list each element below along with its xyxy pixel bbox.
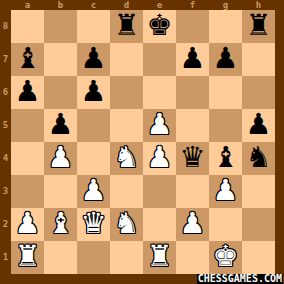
square-e4: ♟ — [143, 142, 176, 175]
square-d7 — [110, 43, 143, 76]
square-e5: ♟ — [143, 109, 176, 142]
black-queen-piece: ♛ — [180, 141, 206, 174]
black-pawn-piece: ♟ — [213, 42, 239, 75]
white-pawn-piece: ♟ — [15, 207, 41, 240]
square-h2 — [242, 208, 275, 241]
square-f3 — [176, 175, 209, 208]
rank-label-1: 1 — [0, 241, 11, 274]
square-b7 — [44, 43, 77, 76]
square-h3 — [242, 175, 275, 208]
square-g7: ♟ — [209, 43, 242, 76]
chess-diagram: abcdefgh 87654321 ♜♚♜♝♟♟♟♟♟♟♟♟♟♞♟♛♝♞♟♟♟♝… — [0, 0, 284, 284]
file-label-g: g — [209, 0, 242, 10]
square-a1: ♜ — [11, 241, 44, 274]
square-h1 — [242, 241, 275, 274]
square-c4 — [77, 142, 110, 175]
file-labels: abcdefgh — [11, 0, 275, 10]
square-e6 — [143, 76, 176, 109]
black-pawn-piece: ♟ — [81, 75, 107, 108]
square-e1: ♜ — [143, 241, 176, 274]
square-d3 — [110, 175, 143, 208]
square-d6 — [110, 76, 143, 109]
square-f8 — [176, 10, 209, 43]
black-pawn-piece: ♟ — [48, 108, 74, 141]
square-f4: ♛ — [176, 142, 209, 175]
white-king-piece: ♚ — [213, 240, 239, 273]
rank-label-3: 3 — [0, 175, 11, 208]
square-d8: ♜ — [110, 10, 143, 43]
square-a7: ♝ — [11, 43, 44, 76]
square-c6: ♟ — [77, 76, 110, 109]
square-d4: ♞ — [110, 142, 143, 175]
square-d2: ♞ — [110, 208, 143, 241]
white-pawn-piece: ♟ — [213, 174, 239, 207]
white-pawn-piece: ♟ — [180, 207, 206, 240]
square-b6 — [44, 76, 77, 109]
board: ♜♚♜♝♟♟♟♟♟♟♟♟♟♞♟♛♝♞♟♟♟♝♛♞♟♜♜♚ — [11, 10, 275, 274]
black-pawn-piece: ♟ — [246, 108, 272, 141]
square-a5 — [11, 109, 44, 142]
file-label-f: f — [176, 0, 209, 10]
black-rook-piece: ♜ — [246, 9, 272, 42]
square-d5 — [110, 109, 143, 142]
square-f1 — [176, 241, 209, 274]
square-g6 — [209, 76, 242, 109]
square-a8 — [11, 10, 44, 43]
file-label-c: c — [77, 0, 110, 10]
square-b1 — [44, 241, 77, 274]
black-knight-piece: ♞ — [246, 141, 272, 174]
square-e2 — [143, 208, 176, 241]
square-f2: ♟ — [176, 208, 209, 241]
square-e3 — [143, 175, 176, 208]
square-g8 — [209, 10, 242, 43]
white-pawn-piece: ♟ — [48, 141, 74, 174]
white-queen-piece: ♛ — [81, 207, 107, 240]
white-pawn-piece: ♟ — [81, 174, 107, 207]
square-c5 — [77, 109, 110, 142]
square-a2: ♟ — [11, 208, 44, 241]
square-g1: ♚ — [209, 241, 242, 274]
rank-label-8: 8 — [0, 10, 11, 43]
square-b4: ♟ — [44, 142, 77, 175]
rank-label-5: 5 — [0, 109, 11, 142]
square-a6: ♟ — [11, 76, 44, 109]
file-label-a: a — [11, 0, 44, 10]
white-pawn-piece: ♟ — [147, 108, 173, 141]
square-b5: ♟ — [44, 109, 77, 142]
white-knight-piece: ♞ — [114, 207, 140, 240]
square-a3 — [11, 175, 44, 208]
square-e8: ♚ — [143, 10, 176, 43]
square-b8 — [44, 10, 77, 43]
square-c3: ♟ — [77, 175, 110, 208]
black-pawn-piece: ♟ — [180, 42, 206, 75]
rank-label-4: 4 — [0, 142, 11, 175]
square-h8: ♜ — [242, 10, 275, 43]
rank-labels: 87654321 — [0, 10, 11, 274]
square-g5 — [209, 109, 242, 142]
square-h5: ♟ — [242, 109, 275, 142]
square-h4: ♞ — [242, 142, 275, 175]
black-pawn-piece: ♟ — [81, 42, 107, 75]
square-a4 — [11, 142, 44, 175]
rank-label-6: 6 — [0, 76, 11, 109]
square-g3: ♟ — [209, 175, 242, 208]
white-pawn-piece: ♟ — [147, 141, 173, 174]
black-bishop-piece: ♝ — [213, 141, 239, 174]
white-rook-piece: ♜ — [15, 240, 41, 273]
square-g2 — [209, 208, 242, 241]
white-bishop-piece: ♝ — [48, 207, 74, 240]
black-king-piece: ♚ — [147, 9, 173, 42]
square-h6 — [242, 76, 275, 109]
square-e7 — [143, 43, 176, 76]
black-rook-piece: ♜ — [114, 9, 140, 42]
black-bishop-piece: ♝ — [15, 42, 41, 75]
square-d1 — [110, 241, 143, 274]
square-b3 — [44, 175, 77, 208]
rank-label-7: 7 — [0, 43, 11, 76]
square-f7: ♟ — [176, 43, 209, 76]
white-knight-piece: ♞ — [114, 141, 140, 174]
square-f6 — [176, 76, 209, 109]
square-c7: ♟ — [77, 43, 110, 76]
site-logo: CHESSGAMES.COM — [197, 274, 283, 284]
square-h7 — [242, 43, 275, 76]
square-c8 — [77, 10, 110, 43]
square-f5 — [176, 109, 209, 142]
square-c1 — [77, 241, 110, 274]
square-b2: ♝ — [44, 208, 77, 241]
white-rook-piece: ♜ — [147, 240, 173, 273]
black-pawn-piece: ♟ — [15, 75, 41, 108]
square-g4: ♝ — [209, 142, 242, 175]
square-c2: ♛ — [77, 208, 110, 241]
rank-label-2: 2 — [0, 208, 11, 241]
file-label-b: b — [44, 0, 77, 10]
